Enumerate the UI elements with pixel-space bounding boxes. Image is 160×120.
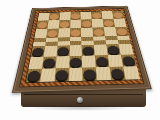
- board-square-c1[interactable]: ●: [54, 68, 69, 82]
- board-square-c6[interactable]: [58, 28, 70, 37]
- checker-piece-dark[interactable]: ●: [121, 54, 137, 66]
- board-square-c7[interactable]: ●: [59, 20, 70, 29]
- board-square-b6[interactable]: ●: [46, 28, 59, 37]
- board-square-d6[interactable]: ●: [70, 28, 82, 37]
- checker-piece-light[interactable]: ●: [81, 19, 93, 28]
- drawer-knob: [77, 97, 83, 103]
- checker-piece-dark[interactable]: ●: [42, 56, 56, 68]
- board-square-b2[interactable]: ●: [42, 56, 56, 68]
- checker-piece-dark[interactable]: ●: [54, 68, 69, 82]
- board-squares: ●●●●●●●●●●●●●●●●●●●●●●●●: [25, 10, 139, 83]
- board-square-h6[interactable]: ●: [115, 27, 129, 36]
- board-square-e3[interactable]: ●: [82, 45, 95, 56]
- checker-piece-dark[interactable]: ●: [82, 67, 97, 80]
- checker-piece-light[interactable]: ●: [59, 20, 70, 29]
- board-square-h2[interactable]: ●: [121, 54, 137, 66]
- checkers-board: ●●●●●●●●●●●●●●●●●●●●●●●●: [12, 6, 152, 93]
- board-square-b1[interactable]: [40, 68, 55, 82]
- board-scene: ●●●●●●●●●●●●●●●●●●●●●●●●: [8, 0, 152, 93]
- checker-piece-dark[interactable]: ●: [82, 45, 95, 56]
- board-square-d2[interactable]: ●: [69, 56, 83, 68]
- board-square-c3[interactable]: ●: [56, 45, 69, 56]
- checker-piece-dark[interactable]: ●: [69, 56, 83, 68]
- drawer-seam: [24, 94, 143, 95]
- checker-piece-light[interactable]: ●: [115, 27, 129, 36]
- board-square-h1[interactable]: [123, 66, 140, 79]
- checker-piece-light[interactable]: ●: [70, 28, 82, 37]
- checker-piece-light[interactable]: ●: [46, 28, 59, 37]
- board-square-d1[interactable]: [69, 68, 83, 82]
- board-square-e7[interactable]: ●: [81, 19, 93, 28]
- board-square-e1[interactable]: ●: [82, 67, 97, 80]
- inlay-border: ●●●●●●●●●●●●●●●●●●●●●●●●: [19, 8, 144, 87]
- checkers-set-photo: ●●●●●●●●●●●●●●●●●●●●●●●●: [0, 0, 160, 120]
- box-shadow: [28, 105, 132, 111]
- checker-piece-dark[interactable]: ●: [56, 45, 69, 56]
